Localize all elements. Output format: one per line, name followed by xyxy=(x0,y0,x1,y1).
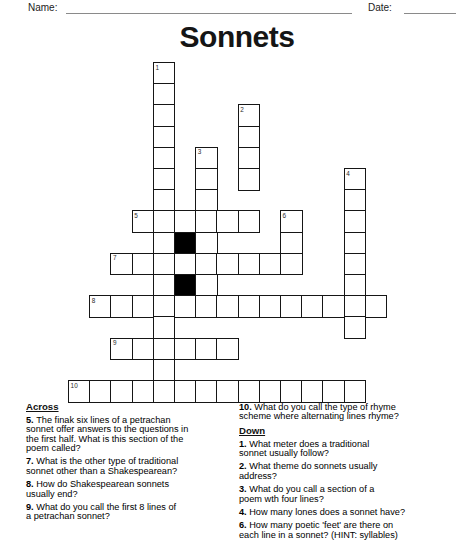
grid-cell-r13c6[interactable] xyxy=(195,338,218,361)
clue-text: What do you call the first 8 lines of a … xyxy=(26,502,176,521)
down-heading: Down xyxy=(239,426,472,436)
grid-cell-r9c2[interactable]: 7 xyxy=(110,253,133,276)
grid-cell-r8c10[interactable] xyxy=(280,232,303,255)
grid-cell-r9c13[interactable] xyxy=(344,253,367,276)
grid-cell-r6c6[interactable] xyxy=(195,189,218,212)
grid-cell-r11c12[interactable] xyxy=(322,295,345,318)
grid-cell-r15c1[interactable] xyxy=(89,380,112,403)
grid-cell-r15c8[interactable] xyxy=(238,380,261,403)
grid-cell-r15c6[interactable] xyxy=(195,380,218,403)
grid-cell-r6c13[interactable] xyxy=(344,189,367,212)
grid-cell-r5c8[interactable] xyxy=(238,168,261,191)
grid-cell-r9c6[interactable] xyxy=(195,253,218,276)
grid-cell-r11c4[interactable] xyxy=(153,295,176,318)
grid-cell-r7c8[interactable] xyxy=(238,210,261,233)
grid-cell-r8c13[interactable] xyxy=(344,232,367,255)
grid-cell-r3c4[interactable] xyxy=(153,126,176,149)
grid-cell-r11c11[interactable] xyxy=(301,295,324,318)
grid-cell-r15c12[interactable] xyxy=(322,380,345,403)
cell-number-3: 3 xyxy=(198,148,202,155)
clue-9: 9. What do you call the first 8 lines of… xyxy=(26,503,242,522)
grid-cell-r10c13[interactable] xyxy=(344,274,367,297)
clue-text: What do you call a section of a poem wth… xyxy=(239,484,374,503)
grid-cell-r11c5[interactable] xyxy=(174,295,197,318)
grid-cell-r13c7[interactable] xyxy=(216,338,239,361)
grid-cell-r15c4[interactable] xyxy=(153,380,176,403)
grid-cell-r7c13[interactable] xyxy=(344,210,367,233)
grid-cell-r9c5[interactable] xyxy=(174,253,197,276)
grid-cell-r15c0[interactable]: 10 xyxy=(68,380,91,403)
grid-cell-r11c13[interactable] xyxy=(344,295,367,318)
date-write-line xyxy=(404,2,456,14)
crossword-grid: 12345678910 xyxy=(68,62,388,403)
clue-8: 8. How do Shakespearean sonnets usually … xyxy=(26,480,242,499)
grid-cell-r2c4[interactable] xyxy=(153,104,176,127)
grid-cell-r7c4[interactable] xyxy=(153,210,176,233)
grid-cell-r2c8[interactable]: 2 xyxy=(238,104,261,127)
grid-cell-r13c3[interactable] xyxy=(132,338,155,361)
clue-5: 5. The finak six lines of a petrachan so… xyxy=(26,416,242,453)
grid-cell-r11c6[interactable] xyxy=(195,295,218,318)
clue-text: How many lones does a sonnet have? xyxy=(249,507,405,517)
clue-4: 4. How many lones does a sonnet have? xyxy=(239,508,472,517)
grid-cell-r11c8[interactable] xyxy=(238,295,261,318)
grid-cell-r9c7[interactable] xyxy=(216,253,239,276)
grid-cell-r5c6[interactable] xyxy=(195,168,218,191)
grid-cell-r12c4[interactable] xyxy=(153,316,176,339)
clue-7: 7. What is the other type of traditional… xyxy=(26,457,242,476)
grid-cell-r5c4[interactable] xyxy=(153,168,176,191)
cell-number-10: 10 xyxy=(71,382,78,389)
clue-number: 4. xyxy=(239,507,249,517)
black-cell xyxy=(174,274,197,297)
grid-cell-r15c11[interactable] xyxy=(301,380,324,403)
grid-cell-r7c5[interactable] xyxy=(174,210,197,233)
grid-cell-r7c7[interactable] xyxy=(216,210,239,233)
date-label: Date: xyxy=(368,2,392,13)
grid-cell-r11c9[interactable] xyxy=(259,295,282,318)
name-label: Name: xyxy=(28,2,57,13)
cell-number-2: 2 xyxy=(240,106,244,113)
grid-cell-r0c4[interactable]: 1 xyxy=(153,62,176,85)
clue-text: What theme do sonnets usually address? xyxy=(239,461,377,480)
cell-number-6: 6 xyxy=(283,212,287,219)
clue-text: How do Shakespearean sonnets usually end… xyxy=(26,479,169,498)
clue-10: 10. What do you call the type of rhyme s… xyxy=(239,403,472,422)
clue-text: What meter does a traditional sonnet usu… xyxy=(239,439,369,458)
grid-cell-r15c10[interactable] xyxy=(280,380,303,403)
across-heading: Across xyxy=(26,402,242,412)
grid-cell-r14c4[interactable] xyxy=(153,359,176,382)
grid-cell-r11c7[interactable] xyxy=(216,295,239,318)
puzzle-title: Sonnets xyxy=(0,20,474,54)
grid-cell-r6c4[interactable] xyxy=(153,189,176,212)
grid-cell-r9c9[interactable] xyxy=(259,253,282,276)
grid-cell-r4c6[interactable]: 3 xyxy=(195,147,218,170)
worksheet-page: Name: Date: Sonnets 12345678910 Across5.… xyxy=(0,0,474,555)
grid-cell-r13c4[interactable] xyxy=(153,338,176,361)
clue-1: 1. What meter does a traditional sonnet … xyxy=(239,440,472,459)
grid-cell-r7c3[interactable]: 5 xyxy=(132,210,155,233)
cell-number-9: 9 xyxy=(113,339,117,346)
grid-cell-r7c6[interactable] xyxy=(195,210,218,233)
grid-cell-r13c5[interactable] xyxy=(174,338,197,361)
grid-cell-r10c4[interactable] xyxy=(153,274,176,297)
grid-cell-r11c2[interactable] xyxy=(110,295,133,318)
grid-cell-r15c5[interactable] xyxy=(174,380,197,403)
cell-number-8: 8 xyxy=(92,297,96,304)
cell-number-5: 5 xyxy=(134,212,138,219)
grid-cell-r9c10[interactable] xyxy=(280,253,303,276)
cell-number-7: 7 xyxy=(113,254,117,261)
clue-text: What do you call the type of rhyme schem… xyxy=(239,402,399,421)
grid-cell-r3c8[interactable] xyxy=(238,126,261,149)
grid-cell-r10c6[interactable] xyxy=(195,274,218,297)
grid-cell-r8c4[interactable] xyxy=(153,232,176,255)
clue-6: 6. How many poetic 'feet' are there on e… xyxy=(239,521,472,540)
clue-3: 3. What do you call a section of a poem … xyxy=(239,485,472,504)
grid-cell-r11c14[interactable] xyxy=(365,295,388,318)
clue-text: What is the other type of traditional so… xyxy=(26,456,178,475)
clues-column-right: 10. What do you call the type of rhyme s… xyxy=(239,403,472,544)
grid-cell-r4c4[interactable] xyxy=(153,147,176,170)
grid-cell-r8c6[interactable] xyxy=(195,232,218,255)
grid-cell-r1c4[interactable] xyxy=(153,83,176,106)
grid-cell-r9c4[interactable] xyxy=(153,253,176,276)
cell-number-4: 4 xyxy=(346,170,350,177)
grid-cell-r15c2[interactable] xyxy=(110,380,133,403)
name-write-line xyxy=(66,2,352,14)
clue-text: The finak six lines of a petrachan sonne… xyxy=(26,415,188,453)
grid-cell-r15c7[interactable] xyxy=(216,380,239,403)
grid-cell-r15c13[interactable] xyxy=(344,380,367,403)
black-cell xyxy=(174,232,197,255)
grid-cell-r9c8[interactable] xyxy=(238,253,261,276)
clue-2: 2. What theme do sonnets usually address… xyxy=(239,462,472,481)
clues-column-left: Across5. The finak six lines of a petrac… xyxy=(26,402,242,526)
grid-cell-r7c10[interactable]: 6 xyxy=(280,210,303,233)
cell-number-1: 1 xyxy=(155,64,159,71)
grid-cell-r11c10[interactable] xyxy=(280,295,303,318)
grid-cell-r12c13[interactable] xyxy=(344,316,367,339)
grid-cell-r11c1[interactable]: 8 xyxy=(89,295,112,318)
grid-cell-r4c8[interactable] xyxy=(238,147,261,170)
grid-cell-r11c3[interactable] xyxy=(132,295,155,318)
grid-cell-r5c13[interactable]: 4 xyxy=(344,168,367,191)
grid-cell-r15c9[interactable] xyxy=(259,380,282,403)
grid-cell-r13c2[interactable]: 9 xyxy=(110,338,133,361)
clue-text: How many poetic 'feet' are there on each… xyxy=(239,520,398,539)
grid-cell-r9c3[interactable] xyxy=(132,253,155,276)
grid-cell-r15c3[interactable] xyxy=(132,380,155,403)
